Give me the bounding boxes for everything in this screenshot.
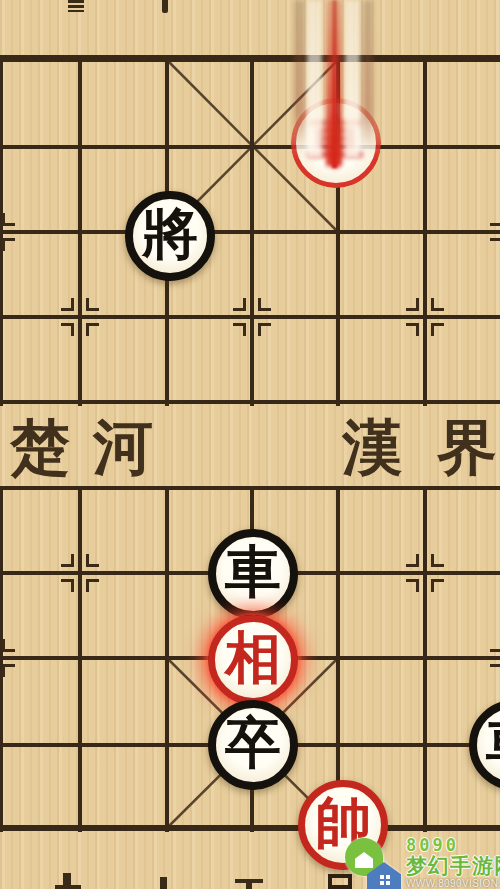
piece-char: 卒	[225, 715, 281, 771]
point-marker	[2, 664, 15, 677]
river-label-chu: 楚	[0, 408, 85, 489]
point-marker	[86, 298, 99, 311]
point-marker	[86, 554, 99, 567]
river-label-he: 河	[78, 408, 168, 489]
file-label-stub-bottom	[160, 877, 167, 889]
red-chariot-falling[interactable]: 車	[291, 98, 381, 188]
point-marker	[431, 554, 444, 567]
grid-vline-edge	[0, 486, 3, 832]
watermark-logo	[345, 836, 403, 889]
piece-char: 將	[142, 206, 198, 262]
piece-char: 相	[225, 630, 281, 686]
point-marker	[431, 298, 444, 311]
point-marker	[490, 664, 500, 677]
point-marker	[258, 298, 271, 311]
grid-vline-edge	[0, 56, 3, 406]
grid-vline	[423, 56, 427, 406]
file-label-stub-top	[68, 0, 84, 12]
point-marker	[2, 213, 15, 226]
watermark-url: WWW.8090VISION.COM	[406, 878, 500, 889]
point-marker	[86, 323, 99, 336]
xiangqi-board[interactable]: 楚 河 漢 界 車將車相卒帥車 8090 梦幻手游网 WWW.8090VISIO…	[0, 0, 500, 889]
piece-char: 車	[308, 113, 364, 169]
point-marker	[2, 238, 15, 251]
river-label-han: 漢	[327, 408, 417, 489]
point-marker	[406, 554, 419, 567]
point-marker	[490, 639, 500, 652]
file-label-stub-top	[162, 0, 168, 13]
point-marker	[406, 323, 419, 336]
file-label-stub-bottom	[55, 885, 81, 889]
point-marker	[233, 323, 246, 336]
point-marker	[431, 579, 444, 592]
grid-vline	[165, 486, 169, 832]
point-marker	[431, 323, 444, 336]
watermark: 8090 梦幻手游网 WWW.8090VISION.COM	[345, 836, 500, 889]
point-marker	[61, 298, 74, 311]
point-marker	[233, 298, 246, 311]
grid-vline	[78, 56, 82, 406]
red-elephant[interactable]: 相	[208, 615, 298, 705]
point-marker	[258, 323, 271, 336]
watermark-name: 梦幻手游网	[406, 855, 500, 877]
grid-vline	[78, 486, 82, 832]
point-marker	[490, 238, 500, 251]
river-label-jie: 界	[422, 408, 500, 489]
piece-char: 車	[225, 544, 281, 600]
point-marker	[406, 579, 419, 592]
point-marker	[490, 213, 500, 226]
point-marker	[61, 579, 74, 592]
black-chariot[interactable]: 車	[208, 529, 298, 619]
piece-char: 車	[486, 715, 500, 771]
black-soldier[interactable]: 卒	[208, 700, 298, 790]
grid-vline	[250, 56, 254, 406]
point-marker	[86, 579, 99, 592]
point-marker	[61, 323, 74, 336]
watermark-number: 8090	[406, 837, 500, 855]
grid-vline	[423, 486, 427, 832]
point-marker	[61, 554, 74, 567]
file-label-stub-bottom	[246, 882, 252, 889]
black-general[interactable]: 將	[125, 191, 215, 281]
point-marker	[406, 298, 419, 311]
point-marker	[2, 639, 15, 652]
